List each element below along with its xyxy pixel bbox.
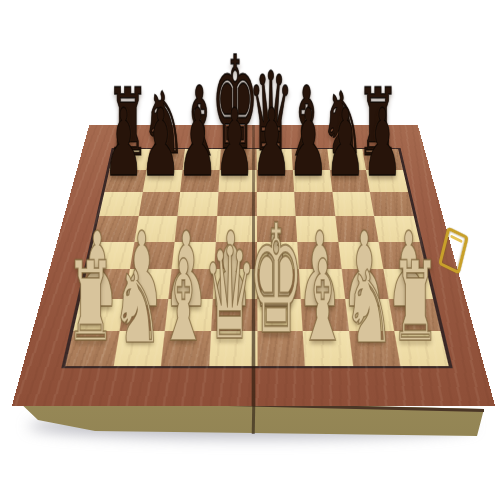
pieces-layer: ♜♞♝♚♛♝♞♜♟♟♟♟♟♟♟♟♟♟♟♟♟♟♟♟♜♞♝♛♚♝♞♜: [0, 0, 500, 500]
piece-white-bishop-f1[interactable]: ♝: [298, 245, 347, 358]
piece-black-pawn-b7[interactable]: ♟: [141, 97, 181, 190]
piece-black-pawn-f7[interactable]: ♟: [289, 97, 329, 190]
piece-white-king-e1[interactable]: ♚: [249, 207, 304, 358]
piece-white-knight-g1[interactable]: ♞: [343, 258, 394, 358]
piece-black-pawn-d7[interactable]: ♟: [215, 97, 255, 190]
chess-set-photo: ♜♞♝♚♛♝♞♜♟♟♟♟♟♟♟♟♟♟♟♟♟♟♟♟♜♞♝♛♚♝♞♜: [0, 0, 500, 500]
piece-white-bishop-c1[interactable]: ♝: [159, 245, 208, 358]
piece-black-pawn-g7[interactable]: ♟: [326, 97, 366, 190]
piece-black-pawn-e7[interactable]: ♟: [252, 97, 292, 190]
piece-black-pawn-c7[interactable]: ♟: [178, 97, 218, 190]
piece-black-pawn-a7[interactable]: ♟: [104, 97, 144, 190]
piece-white-rook-h1[interactable]: ♜: [391, 248, 440, 358]
piece-white-rook-a1[interactable]: ♜: [66, 248, 115, 358]
piece-black-pawn-h7[interactable]: ♟: [362, 97, 402, 190]
piece-white-knight-b1[interactable]: ♞: [111, 258, 162, 358]
